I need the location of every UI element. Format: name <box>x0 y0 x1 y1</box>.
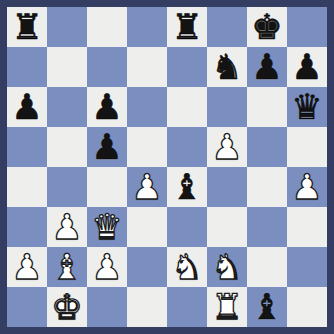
square-e4[interactable]: ♝ <box>167 167 207 207</box>
square-c4[interactable] <box>87 167 127 207</box>
square-a5[interactable] <box>7 127 47 167</box>
square-a4[interactable] <box>7 167 47 207</box>
square-h1[interactable] <box>287 287 327 327</box>
piece-white-king[interactable]: ♚ <box>47 287 87 327</box>
square-f6[interactable] <box>207 87 247 127</box>
square-d2[interactable] <box>127 247 167 287</box>
square-a3[interactable] <box>7 207 47 247</box>
square-a7[interactable] <box>7 47 47 87</box>
piece-white-knight[interactable]: ♞ <box>167 247 207 287</box>
piece-black-pawn[interactable]: ♟ <box>87 127 127 167</box>
square-c5[interactable]: ♟ <box>87 127 127 167</box>
square-e7[interactable] <box>167 47 207 87</box>
square-b3[interactable]: ♟ <box>47 207 87 247</box>
chess-board: ♜♜♚♞♟♟♟♟♛♟♟♟♝♟♟♛♟♝♟♞♞♚♜♝ <box>0 0 334 334</box>
square-g3[interactable] <box>247 207 287 247</box>
piece-white-pawn[interactable]: ♟ <box>287 167 327 207</box>
square-b1[interactable]: ♚ <box>47 287 87 327</box>
piece-black-king[interactable]: ♚ <box>247 7 287 47</box>
square-h8[interactable] <box>287 7 327 47</box>
piece-white-pawn[interactable]: ♟ <box>87 247 127 287</box>
piece-black-pawn[interactable]: ♟ <box>287 47 327 87</box>
square-e8[interactable]: ♜ <box>167 7 207 47</box>
square-e6[interactable] <box>167 87 207 127</box>
piece-white-knight[interactable]: ♞ <box>207 247 247 287</box>
square-c2[interactable]: ♟ <box>87 247 127 287</box>
square-h3[interactable] <box>287 207 327 247</box>
square-d3[interactable] <box>127 207 167 247</box>
square-f5[interactable]: ♟ <box>207 127 247 167</box>
square-b5[interactable] <box>47 127 87 167</box>
piece-black-bishop[interactable]: ♝ <box>247 287 287 327</box>
piece-white-pawn[interactable]: ♟ <box>127 167 167 207</box>
square-g1[interactable]: ♝ <box>247 287 287 327</box>
square-e3[interactable] <box>167 207 207 247</box>
piece-white-pawn[interactable]: ♟ <box>207 127 247 167</box>
square-e5[interactable] <box>167 127 207 167</box>
piece-white-pawn[interactable]: ♟ <box>47 207 87 247</box>
square-f2[interactable]: ♞ <box>207 247 247 287</box>
square-f7[interactable]: ♞ <box>207 47 247 87</box>
piece-black-queen[interactable]: ♛ <box>287 87 327 127</box>
square-b7[interactable] <box>47 47 87 87</box>
square-a8[interactable]: ♜ <box>7 7 47 47</box>
square-f8[interactable] <box>207 7 247 47</box>
square-b8[interactable] <box>47 7 87 47</box>
square-c6[interactable]: ♟ <box>87 87 127 127</box>
square-g6[interactable] <box>247 87 287 127</box>
piece-black-bishop[interactable]: ♝ <box>167 167 207 207</box>
square-h6[interactable]: ♛ <box>287 87 327 127</box>
square-c3[interactable]: ♛ <box>87 207 127 247</box>
piece-black-rook[interactable]: ♜ <box>7 7 47 47</box>
square-h7[interactable]: ♟ <box>287 47 327 87</box>
square-c7[interactable] <box>87 47 127 87</box>
square-h2[interactable] <box>287 247 327 287</box>
square-f4[interactable] <box>207 167 247 207</box>
square-f3[interactable] <box>207 207 247 247</box>
square-d4[interactable]: ♟ <box>127 167 167 207</box>
piece-black-rook[interactable]: ♜ <box>167 7 207 47</box>
square-g8[interactable]: ♚ <box>247 7 287 47</box>
square-d6[interactable] <box>127 87 167 127</box>
square-c8[interactable] <box>87 7 127 47</box>
square-h5[interactable] <box>287 127 327 167</box>
square-g5[interactable] <box>247 127 287 167</box>
piece-black-pawn[interactable]: ♟ <box>7 87 47 127</box>
square-b2[interactable]: ♝ <box>47 247 87 287</box>
square-b6[interactable] <box>47 87 87 127</box>
square-g2[interactable] <box>247 247 287 287</box>
piece-black-pawn[interactable]: ♟ <box>247 47 287 87</box>
square-b4[interactable] <box>47 167 87 207</box>
piece-black-pawn[interactable]: ♟ <box>87 87 127 127</box>
piece-white-rook[interactable]: ♜ <box>207 287 247 327</box>
board-grid: ♜♜♚♞♟♟♟♟♛♟♟♟♝♟♟♛♟♝♟♞♞♚♜♝ <box>7 7 327 327</box>
square-d8[interactable] <box>127 7 167 47</box>
square-a2[interactable]: ♟ <box>7 247 47 287</box>
square-c1[interactable] <box>87 287 127 327</box>
piece-white-bishop[interactable]: ♝ <box>47 247 87 287</box>
piece-white-pawn[interactable]: ♟ <box>7 247 47 287</box>
square-d5[interactable] <box>127 127 167 167</box>
piece-black-knight[interactable]: ♞ <box>207 47 247 87</box>
square-a6[interactable]: ♟ <box>7 87 47 127</box>
square-a1[interactable] <box>7 287 47 327</box>
square-g7[interactable]: ♟ <box>247 47 287 87</box>
square-g4[interactable] <box>247 167 287 207</box>
square-e1[interactable] <box>167 287 207 327</box>
square-d7[interactable] <box>127 47 167 87</box>
square-f1[interactable]: ♜ <box>207 287 247 327</box>
square-e2[interactable]: ♞ <box>167 247 207 287</box>
square-h4[interactable]: ♟ <box>287 167 327 207</box>
piece-white-queen[interactable]: ♛ <box>87 207 127 247</box>
square-d1[interactable] <box>127 287 167 327</box>
